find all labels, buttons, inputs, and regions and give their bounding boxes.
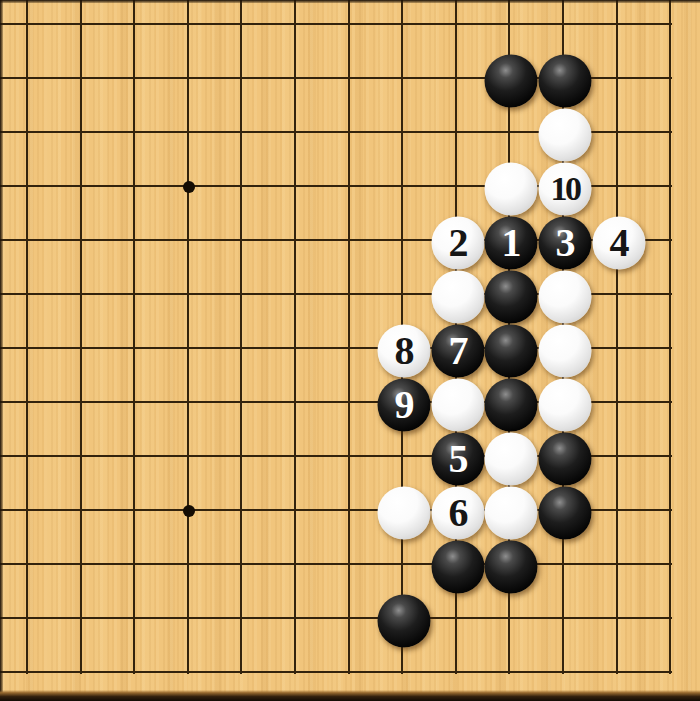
move-number-label: 3 [556,222,575,264]
grid-line-v [133,0,135,674]
stone-black[interactable] [485,541,538,594]
grid-line-v [26,0,28,674]
grid-line-h [0,23,672,25]
grid-line-v [80,0,82,674]
stone-black[interactable]: 5 [432,433,485,486]
stone-white[interactable] [539,109,592,162]
grid-line-v [348,0,350,674]
stone-black[interactable]: 9 [378,379,431,432]
stone-black[interactable] [432,541,485,594]
stone-white[interactable]: 6 [432,487,485,540]
stone-white[interactable] [432,379,485,432]
stone-black[interactable] [485,55,538,108]
stone-white[interactable] [539,325,592,378]
board-left-edge [0,0,3,701]
grid-line-h [0,563,672,565]
stone-white[interactable]: 4 [593,217,646,270]
move-number-label: 10 [551,171,580,207]
stone-white[interactable] [432,271,485,324]
stone-black[interactable] [539,433,592,486]
grid-line-v [669,0,671,674]
stone-black[interactable] [485,379,538,432]
stone-white[interactable]: 8 [378,325,431,378]
stone-black[interactable] [485,325,538,378]
move-number-label: 2 [449,222,468,264]
stone-black[interactable]: 3 [539,217,592,270]
move-number-label: 5 [449,438,468,480]
stone-white[interactable] [485,487,538,540]
stone-white[interactable] [485,163,538,216]
board-top-edge [0,0,700,3]
stone-white[interactable]: 10 [539,163,592,216]
stone-black[interactable] [539,487,592,540]
grid-line-v [240,0,242,674]
grid-line-h [0,617,672,619]
move-number-label: 6 [449,492,468,534]
stone-white[interactable] [539,271,592,324]
grid-line-v [616,0,618,674]
grid-line-h [0,671,672,673]
stone-black[interactable]: 1 [485,217,538,270]
stone-white[interactable] [539,379,592,432]
grid-line-v [294,0,296,674]
star-point [183,505,195,517]
stone-white[interactable]: 2 [432,217,485,270]
stone-black[interactable] [485,271,538,324]
move-number-label: 8 [395,330,414,372]
stone-black[interactable]: 7 [432,325,485,378]
go-board[interactable]: 10213487956 [0,0,700,701]
stone-white[interactable] [485,433,538,486]
star-point [183,181,195,193]
board-bottom-edge [0,690,700,701]
stone-black[interactable] [378,595,431,648]
stone-white[interactable] [378,487,431,540]
move-number-label: 1 [502,222,521,264]
move-number-label: 9 [395,384,414,426]
move-number-label: 4 [610,222,629,264]
move-number-label: 7 [449,330,468,372]
grid-line-v [187,0,189,674]
stone-black[interactable] [539,55,592,108]
